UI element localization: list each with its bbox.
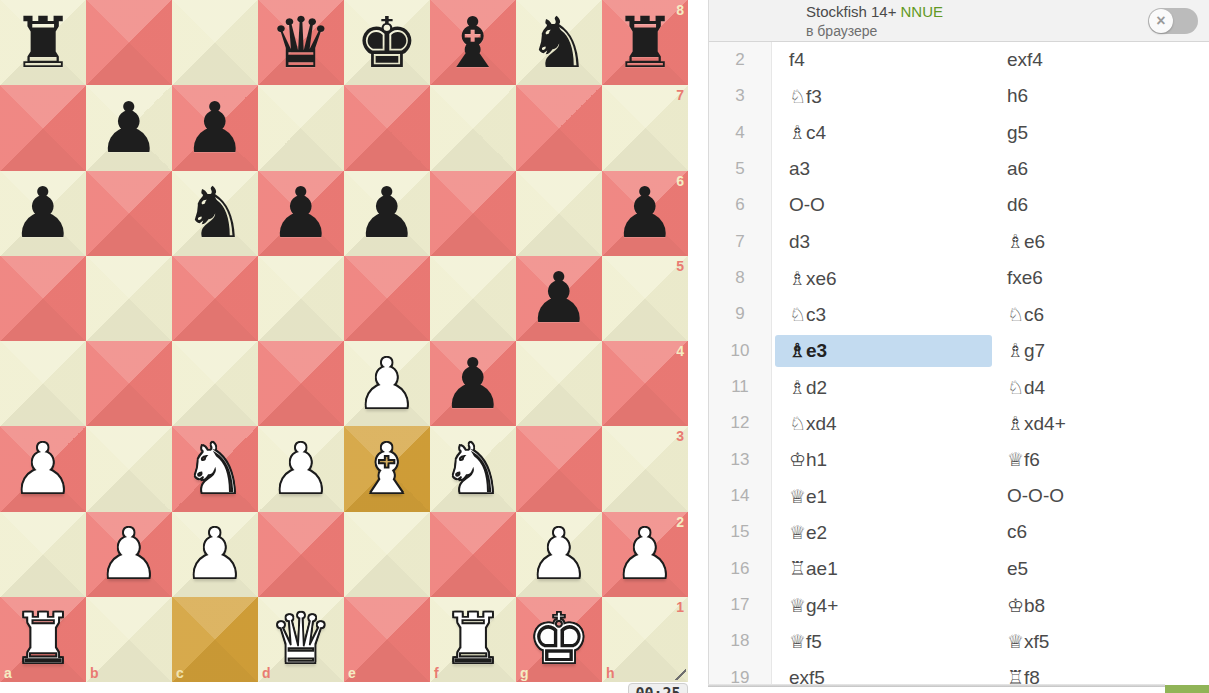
piece-white-pawn: ♟: [516, 512, 602, 597]
move-white-9[interactable]: ♘c3: [775, 298, 992, 330]
square-e7[interactable]: [344, 85, 430, 170]
move-number: 12: [709, 405, 772, 441]
engine-name: Stockfish 14+: [806, 3, 896, 20]
toggle-close-icon[interactable]: ×: [1149, 9, 1173, 33]
piece-white-pawn: ♟: [0, 426, 86, 511]
file-label-c: c: [176, 665, 184, 681]
move-white-10[interactable]: ♗e3: [775, 335, 992, 367]
piece-black-king: ♚: [344, 0, 430, 85]
piece-black-bishop: ♝: [430, 0, 516, 85]
square-e3[interactable]: ♝: [344, 426, 430, 511]
rank-label-8: 8: [676, 2, 684, 18]
move-black-12[interactable]: ♗xd4+: [992, 405, 1209, 441]
piece-white-pawn: ♟: [258, 426, 344, 511]
square-f4[interactable]: ♟: [430, 341, 516, 426]
rank-label-1: 1: [676, 599, 684, 615]
engine-variant-badge: NNUE: [900, 3, 943, 20]
square-g8[interactable]: ♞: [516, 0, 602, 85]
square-d5[interactable]: [258, 256, 344, 341]
move-row-11: 11♗d2♘d4: [709, 369, 1209, 405]
square-a1[interactable]: ♜a: [0, 597, 86, 682]
piece-black-rook: ♜: [602, 0, 688, 85]
square-a2[interactable]: [0, 512, 86, 597]
square-a3[interactable]: ♟: [0, 426, 86, 511]
move-black-11[interactable]: ♘d4: [992, 369, 1209, 405]
square-g5[interactable]: ♟: [516, 256, 602, 341]
file-label-d: d: [262, 665, 271, 681]
move-row-19: 19exf5♖f8: [709, 660, 1209, 685]
file-label-b: b: [90, 665, 99, 681]
move-row-10: 10♗e3♗g7: [709, 333, 1209, 369]
move-black-6[interactable]: d6: [992, 187, 1209, 223]
move-black-5[interactable]: a6: [992, 151, 1209, 187]
piece-white-pawn: ♟: [86, 512, 172, 597]
move-number: 9: [709, 296, 772, 332]
piece-white-rook: ♜: [430, 597, 516, 682]
file-label-e: e: [348, 665, 356, 681]
square-f6[interactable]: [430, 171, 516, 256]
piece-black-pawn: ♟: [258, 171, 344, 256]
square-g7[interactable]: [516, 85, 602, 170]
square-b1[interactable]: b: [86, 597, 172, 682]
piece-black-pawn: ♟: [0, 171, 86, 256]
move-black-10[interactable]: ♗g7: [992, 333, 1209, 369]
move-row-15: 15♕e2c6: [709, 514, 1209, 550]
square-b5[interactable]: [86, 256, 172, 341]
square-c2[interactable]: ♟: [172, 512, 258, 597]
move-row-4: 4♗c4g5: [709, 115, 1209, 151]
square-e6[interactable]: ♟: [344, 171, 430, 256]
square-f7[interactable]: [430, 85, 516, 170]
square-b3[interactable]: [86, 426, 172, 511]
rank-label-3: 3: [676, 428, 684, 444]
square-d3[interactable]: ♟: [258, 426, 344, 511]
board-resize-handle-icon[interactable]: [671, 665, 686, 680]
move-row-3: 3♘f3h6: [709, 78, 1209, 114]
square-f1[interactable]: ♜f: [430, 597, 516, 682]
square-b8[interactable]: [86, 0, 172, 85]
rank-label-4: 4: [676, 343, 684, 359]
move-number: 15: [709, 514, 772, 550]
piece-white-pawn: ♟: [344, 341, 430, 426]
square-f8[interactable]: ♝: [430, 0, 516, 85]
move-number: 2: [709, 42, 772, 78]
panel-bottom-border: [708, 684, 1165, 687]
square-b2[interactable]: ♟: [86, 512, 172, 597]
move-number: 4: [709, 115, 772, 151]
move-black-13[interactable]: ♕f6: [992, 442, 1209, 478]
square-h6[interactable]: ♟6: [602, 171, 688, 256]
move-black-8[interactable]: fxe6: [992, 260, 1209, 296]
square-e1[interactable]: e: [344, 597, 430, 682]
chess-board: ♜♛♚♝♞♜8♟♟7♟♞♟♟♟6♟5♟♟4♟♞♟♝♞3♟♟♟♟2♜abc♛de♜…: [0, 0, 688, 682]
move-white-18[interactable]: ♕f5: [775, 625, 992, 657]
square-c3[interactable]: ♞: [172, 426, 258, 511]
move-row-13: 13♔h1♕f6: [709, 442, 1209, 478]
move-number: 13: [709, 442, 772, 478]
move-row-16: 16♖ae1e5: [709, 551, 1209, 587]
piece-white-knight: ♞: [172, 426, 258, 511]
square-b6[interactable]: [86, 171, 172, 256]
move-black-19[interactable]: ♖f8: [992, 660, 1209, 685]
move-white-13[interactable]: ♔h1: [775, 444, 992, 476]
move-white-16[interactable]: ♖ae1: [775, 553, 992, 585]
move-white-5[interactable]: a3: [775, 153, 992, 185]
piece-black-pawn: ♟: [430, 341, 516, 426]
move-white-15[interactable]: ♕e2: [775, 516, 992, 548]
square-d7[interactable]: [258, 85, 344, 170]
move-row-6: 6O-Od6: [709, 187, 1209, 223]
square-d6[interactable]: ♟: [258, 171, 344, 256]
move-row-18: 18♕f5♕xf5: [709, 623, 1209, 659]
square-a5[interactable]: [0, 256, 86, 341]
piece-black-rook: ♜: [0, 0, 86, 85]
move-row-2: 2f4exf4: [709, 42, 1209, 78]
engine-toggle[interactable]: ×: [1148, 8, 1198, 34]
square-e5[interactable]: [344, 256, 430, 341]
move-black-15[interactable]: c6: [992, 514, 1209, 550]
piece-white-pawn: ♟: [172, 512, 258, 597]
square-d8[interactable]: ♛: [258, 0, 344, 85]
move-black-17[interactable]: ♔b8: [992, 587, 1209, 623]
piece-black-pawn: ♟: [86, 85, 172, 170]
move-white-11[interactable]: ♗d2: [775, 371, 992, 403]
square-h3[interactable]: 3: [602, 426, 688, 511]
square-g1[interactable]: ♚g: [516, 597, 602, 682]
move-black-9[interactable]: ♘c6: [992, 296, 1209, 332]
file-label-h: h: [606, 665, 615, 681]
move-black-2[interactable]: exf4: [992, 42, 1209, 78]
square-e8[interactable]: ♚: [344, 0, 430, 85]
move-white-6[interactable]: O-O: [775, 189, 992, 221]
move-black-18[interactable]: ♕xf5: [992, 623, 1209, 659]
square-g2[interactable]: ♟: [516, 512, 602, 597]
move-black-7[interactable]: ♗e6: [992, 224, 1209, 260]
rank-label-7: 7: [676, 87, 684, 103]
piece-black-knight: ♞: [516, 0, 602, 85]
piece-black-queen: ♛: [258, 0, 344, 85]
game-clock: 00:25: [628, 683, 688, 693]
move-row-14: 14♕e1O-O-O: [709, 478, 1209, 514]
piece-white-king: ♚: [516, 597, 602, 682]
move-white-3[interactable]: ♘f3: [775, 80, 992, 112]
move-white-17[interactable]: ♕g4+: [775, 589, 992, 621]
move-number: 6: [709, 187, 772, 223]
move-number: 17: [709, 587, 772, 623]
piece-white-bishop: ♝: [344, 426, 430, 511]
square-h5[interactable]: 5: [602, 256, 688, 341]
move-black-4[interactable]: g5: [992, 115, 1209, 151]
piece-black-knight: ♞: [172, 171, 258, 256]
move-row-5: 5a3a6: [709, 151, 1209, 187]
file-label-a: a: [4, 665, 12, 681]
square-d2[interactable]: [258, 512, 344, 597]
move-black-14[interactable]: O-O-O: [992, 478, 1209, 514]
move-number: 7: [709, 224, 772, 260]
square-f3[interactable]: ♞: [430, 426, 516, 511]
file-label-f: f: [434, 665, 439, 681]
rank-label-2: 2: [676, 514, 684, 530]
square-g3[interactable]: [516, 426, 602, 511]
move-row-9: 9♘c3♘c6: [709, 296, 1209, 332]
square-g6[interactable]: [516, 171, 602, 256]
square-c7[interactable]: ♟: [172, 85, 258, 170]
piece-white-queen: ♛: [258, 597, 344, 682]
move-white-2[interactable]: f4: [775, 44, 992, 76]
move-black-3[interactable]: h6: [992, 78, 1209, 114]
square-d1[interactable]: ♛d: [258, 597, 344, 682]
square-a8[interactable]: ♜: [0, 0, 86, 85]
square-h1[interactable]: 1h: [602, 597, 688, 682]
square-h4[interactable]: 4: [602, 341, 688, 426]
move-white-12[interactable]: ♘xd4: [775, 407, 992, 439]
square-c8[interactable]: [172, 0, 258, 85]
engine-panel: Stockfish 14+NNUE в браузере × 2f4exf43♘…: [708, 0, 1209, 685]
square-c4[interactable]: [172, 341, 258, 426]
rank-label-6: 6: [676, 173, 684, 189]
move-row-17: 17♕g4+♔b8: [709, 587, 1209, 623]
file-label-g: g: [520, 665, 529, 681]
move-white-14[interactable]: ♕e1: [775, 480, 992, 512]
move-number: 10: [709, 333, 772, 369]
piece-black-pawn: ♟: [172, 85, 258, 170]
square-c6[interactable]: ♞: [172, 171, 258, 256]
engine-header: Stockfish 14+NNUE в браузере ×: [709, 0, 1209, 42]
square-e4[interactable]: ♟: [344, 341, 430, 426]
square-a6[interactable]: ♟: [0, 171, 86, 256]
move-row-8: 8♗xe6fxe6: [709, 260, 1209, 296]
chess-app: ♜♛♚♝♞♜8♟♟7♟♞♟♟♟6♟5♟♟4♟♞♟♝♞3♟♟♟♟2♜abc♛de♜…: [0, 0, 1209, 693]
piece-white-pawn: ♟: [602, 512, 688, 597]
green-button-edge[interactable]: [1165, 685, 1209, 693]
move-number: 11: [709, 369, 772, 405]
move-number: 14: [709, 478, 772, 514]
square-a4[interactable]: [0, 341, 86, 426]
square-a7[interactable]: [0, 85, 86, 170]
square-c5[interactable]: [172, 256, 258, 341]
move-number: 3: [709, 78, 772, 114]
move-number: 8: [709, 260, 772, 296]
square-f2[interactable]: [430, 512, 516, 597]
move-number: 19: [709, 660, 772, 685]
square-b4[interactable]: [86, 341, 172, 426]
move-white-4[interactable]: ♗c4: [775, 117, 992, 149]
move-list: 2f4exf43♘f3h64♗c4g55a3a66O-Od67d3♗e68♗xe…: [709, 42, 1209, 685]
move-row-7: 7d3♗e6: [709, 224, 1209, 260]
piece-white-knight: ♞: [430, 426, 516, 511]
square-h8[interactable]: ♜8: [602, 0, 688, 85]
move-number: 5: [709, 151, 772, 187]
move-white-7[interactable]: d3: [775, 226, 992, 258]
piece-black-pawn: ♟: [344, 171, 430, 256]
move-white-19[interactable]: exf5: [775, 662, 992, 685]
square-g4[interactable]: [516, 341, 602, 426]
square-c1[interactable]: c: [172, 597, 258, 682]
move-white-8[interactable]: ♗xe6: [775, 262, 992, 294]
rank-label-5: 5: [676, 258, 684, 274]
square-f5[interactable]: [430, 256, 516, 341]
square-h2[interactable]: ♟2: [602, 512, 688, 597]
piece-black-pawn: ♟: [602, 171, 688, 256]
square-h7[interactable]: 7: [602, 85, 688, 170]
piece-black-pawn: ♟: [516, 256, 602, 341]
square-d4[interactable]: [258, 341, 344, 426]
square-e2[interactable]: [344, 512, 430, 597]
move-row-12: 12♘xd4♗xd4+: [709, 405, 1209, 441]
piece-white-rook: ♜: [0, 597, 86, 682]
move-number: 18: [709, 623, 772, 659]
square-b7[interactable]: ♟: [86, 85, 172, 170]
move-number: 16: [709, 551, 772, 587]
move-black-16[interactable]: e5: [992, 551, 1209, 587]
